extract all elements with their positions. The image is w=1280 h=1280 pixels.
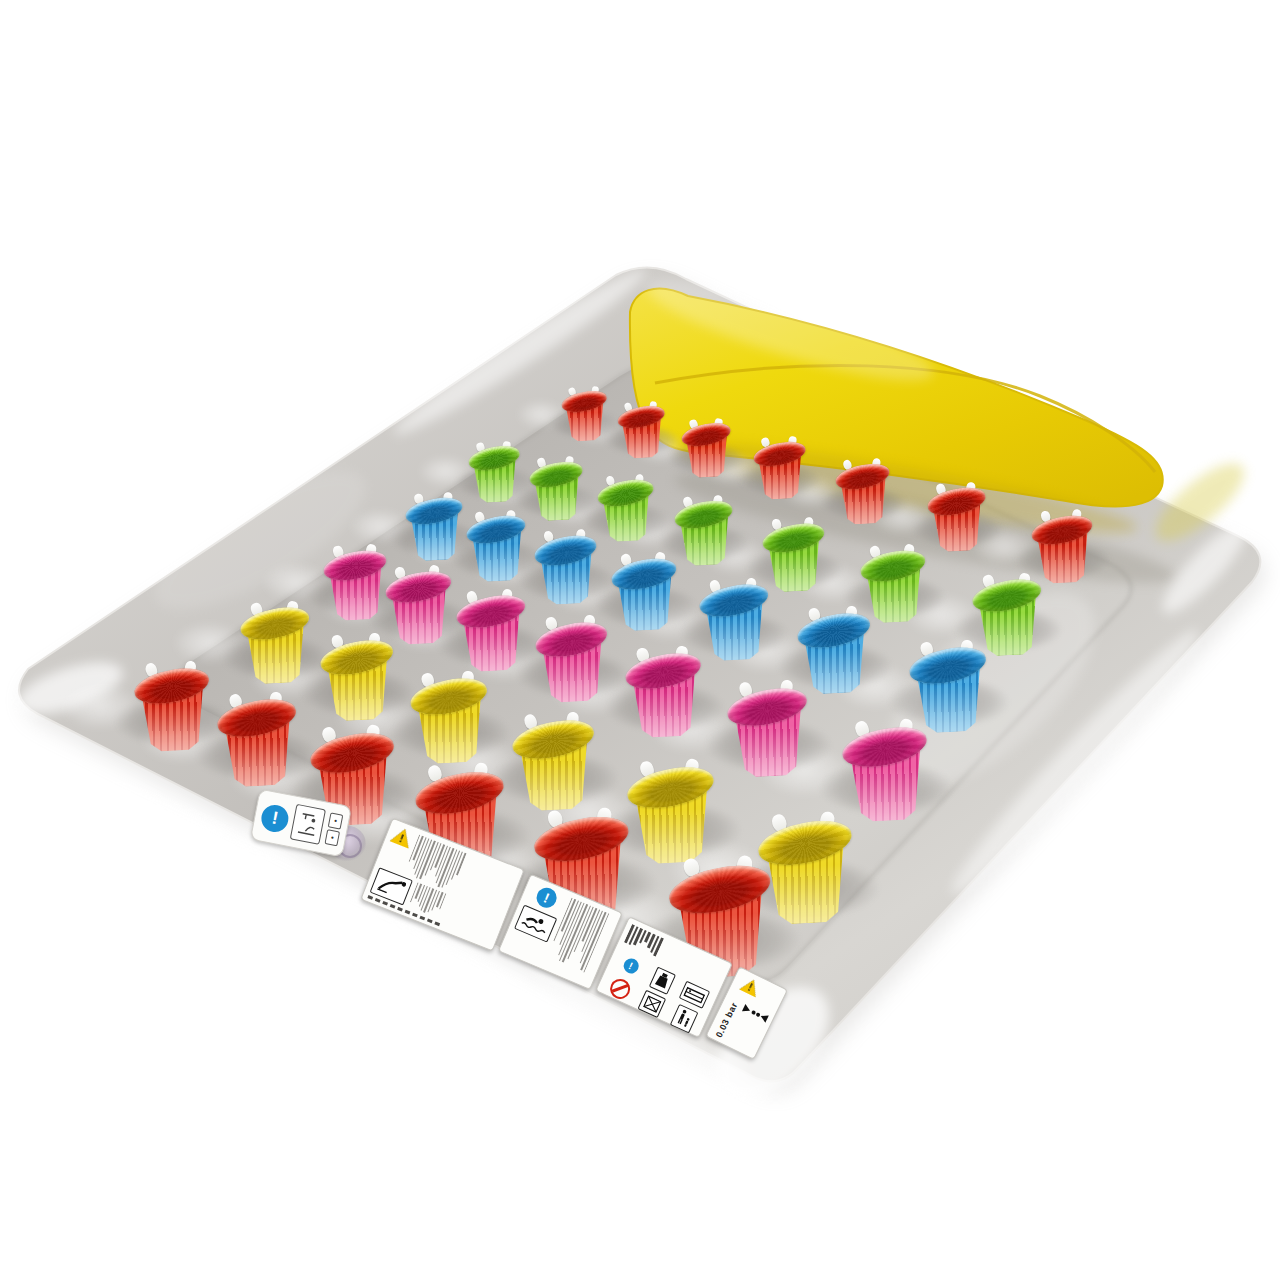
pool-float-product-photo: ! •• !: [0, 0, 1280, 1280]
step-boxes-icon: ••: [324, 812, 343, 846]
max-weight-icon: [649, 966, 676, 994]
exclamation-circle-icon: !: [533, 885, 559, 911]
warning-triangle-icon: !: [739, 976, 762, 997]
exclamation-circle-icon: !: [259, 802, 291, 834]
mattress-base: [0, 0, 1280, 1280]
pressure-value: 0.03 bar: [714, 1001, 740, 1040]
pressure-arrows-icon: [739, 1000, 772, 1028]
swimmer-icon: [514, 905, 557, 943]
warning-triangle-icon: !: [390, 825, 415, 848]
exclamation-circle-icon: !: [621, 956, 641, 976]
setup-pictogram-icon: [290, 804, 326, 845]
warning-headers-text: [624, 924, 664, 957]
